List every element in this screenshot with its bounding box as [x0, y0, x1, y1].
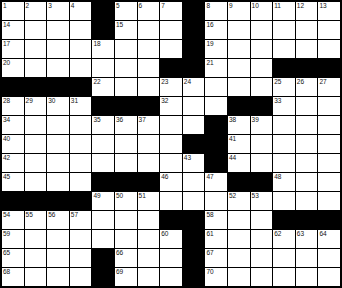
white-cell[interactable] [183, 116, 205, 134]
clue-number: 45 [3, 173, 10, 180]
white-cell[interactable]: 31 [70, 97, 92, 115]
white-cell[interactable] [92, 154, 114, 172]
clue-number: 51 [139, 192, 146, 199]
black-cell [205, 154, 227, 172]
white-cell[interactable]: 61 [205, 230, 227, 248]
white-cell[interactable]: 4 [70, 2, 92, 20]
white-cell[interactable] [296, 97, 318, 115]
white-cell[interactable] [228, 78, 250, 96]
black-cell [2, 78, 24, 96]
black-cell [228, 173, 250, 191]
clue-number: 52 [229, 192, 236, 199]
white-cell[interactable] [160, 116, 182, 134]
white-cell[interactable]: 68 [2, 268, 24, 286]
white-cell[interactable] [47, 230, 69, 248]
black-cell [92, 21, 114, 39]
white-cell[interactable] [228, 268, 250, 286]
white-cell[interactable] [115, 154, 137, 172]
black-cell [160, 211, 182, 229]
white-cell[interactable] [318, 173, 340, 191]
clue-number: 37 [139, 116, 146, 123]
white-cell[interactable] [70, 268, 92, 286]
black-cell [296, 59, 318, 77]
black-cell [183, 249, 205, 267]
white-cell[interactable]: 33 [273, 97, 295, 115]
clue-number: 20 [3, 59, 10, 66]
clue-number: 24 [184, 78, 191, 85]
white-cell[interactable] [25, 40, 47, 58]
clue-number: 50 [116, 192, 123, 199]
white-cell[interactable]: 1 [2, 2, 24, 20]
clue-number: 40 [3, 135, 10, 142]
black-cell [205, 135, 227, 153]
white-cell[interactable] [318, 192, 340, 210]
white-cell[interactable] [296, 21, 318, 39]
clue-number: 70 [206, 268, 213, 275]
white-cell[interactable] [251, 135, 273, 153]
white-cell[interactable]: 64 [318, 230, 340, 248]
black-cell [273, 211, 295, 229]
white-cell[interactable] [183, 97, 205, 115]
clue-number: 21 [206, 59, 213, 66]
clue-number: 63 [297, 230, 304, 237]
clue-number: 67 [206, 249, 213, 256]
white-cell[interactable] [70, 154, 92, 172]
white-cell[interactable] [70, 230, 92, 248]
black-cell [115, 173, 137, 191]
white-cell[interactable] [138, 40, 160, 58]
black-cell [183, 21, 205, 39]
white-cell[interactable]: 2 [25, 2, 47, 20]
white-cell[interactable] [273, 192, 295, 210]
white-cell[interactable]: 67 [205, 249, 227, 267]
white-cell[interactable] [318, 135, 340, 153]
black-cell [205, 116, 227, 134]
black-cell [251, 97, 273, 115]
clue-number: 58 [206, 211, 213, 218]
white-cell[interactable] [273, 268, 295, 286]
white-cell[interactable]: 46 [160, 173, 182, 191]
white-cell[interactable]: 22 [92, 78, 114, 96]
clue-number: 33 [274, 97, 281, 104]
clue-number: 32 [161, 97, 168, 104]
white-cell[interactable]: 41 [228, 135, 250, 153]
clue-number: 65 [3, 249, 10, 256]
white-cell[interactable] [251, 154, 273, 172]
white-cell[interactable]: 57 [70, 211, 92, 229]
white-cell[interactable] [160, 192, 182, 210]
clue-number: 49 [93, 192, 100, 199]
white-cell[interactable]: 37 [138, 116, 160, 134]
white-cell[interactable] [183, 192, 205, 210]
white-cell[interactable] [70, 135, 92, 153]
white-cell[interactable]: 26 [296, 78, 318, 96]
clue-number: 25 [274, 78, 281, 85]
black-cell [2, 192, 24, 210]
white-cell[interactable] [251, 249, 273, 267]
black-cell [251, 173, 273, 191]
white-cell[interactable] [228, 230, 250, 248]
black-cell [183, 40, 205, 58]
white-cell[interactable] [318, 249, 340, 267]
white-cell[interactable]: 69 [115, 268, 137, 286]
white-cell[interactable] [70, 173, 92, 191]
black-cell [92, 97, 114, 115]
white-cell[interactable]: 27 [318, 78, 340, 96]
white-cell[interactable]: 29 [25, 97, 47, 115]
white-cell[interactable] [296, 192, 318, 210]
white-cell[interactable]: 28 [2, 97, 24, 115]
white-cell[interactable] [273, 40, 295, 58]
white-cell[interactable]: 66 [115, 249, 137, 267]
black-cell [318, 59, 340, 77]
white-cell[interactable]: 49 [92, 192, 114, 210]
white-cell[interactable] [160, 40, 182, 58]
white-cell[interactable]: 39 [251, 116, 273, 134]
white-cell[interactable] [160, 268, 182, 286]
white-cell[interactable] [228, 59, 250, 77]
white-cell[interactable]: 54 [2, 211, 24, 229]
white-cell[interactable] [318, 116, 340, 134]
white-cell[interactable]: 17 [2, 40, 24, 58]
black-cell [47, 78, 69, 96]
white-cell[interactable] [138, 211, 160, 229]
clue-number: 60 [161, 230, 168, 237]
clue-number: 38 [229, 116, 236, 123]
white-cell[interactable] [296, 135, 318, 153]
black-cell [115, 97, 137, 115]
white-cell[interactable] [138, 154, 160, 172]
clue-number: 26 [297, 78, 304, 85]
white-cell[interactable] [251, 21, 273, 39]
crossword-grid: 1234567891011121314151617181920212223242… [0, 0, 342, 288]
white-cell[interactable] [70, 116, 92, 134]
white-cell[interactable] [70, 249, 92, 267]
white-cell[interactable] [25, 230, 47, 248]
black-cell [25, 78, 47, 96]
clue-number: 5 [116, 2, 120, 9]
white-cell[interactable] [47, 173, 69, 191]
white-cell[interactable]: 40 [2, 135, 24, 153]
white-cell[interactable]: 50 [115, 192, 137, 210]
white-cell[interactable] [273, 249, 295, 267]
white-cell[interactable] [47, 154, 69, 172]
white-cell[interactable] [251, 59, 273, 77]
clue-number: 48 [274, 173, 281, 180]
clue-number: 64 [319, 230, 326, 237]
black-cell [228, 97, 250, 115]
white-cell[interactable] [47, 21, 69, 39]
white-cell[interactable] [92, 135, 114, 153]
white-cell[interactable]: 51 [138, 192, 160, 210]
white-cell[interactable] [47, 249, 69, 267]
white-cell[interactable]: 30 [47, 97, 69, 115]
white-cell[interactable]: 42 [2, 154, 24, 172]
white-cell[interactable] [296, 154, 318, 172]
clue-number: 61 [206, 230, 213, 237]
white-cell[interactable] [138, 59, 160, 77]
white-cell[interactable] [273, 116, 295, 134]
white-cell[interactable]: 32 [160, 97, 182, 115]
clue-number: 59 [3, 230, 10, 237]
white-cell[interactable]: 44 [228, 154, 250, 172]
clue-number: 2 [26, 2, 30, 9]
clue-number: 19 [206, 40, 213, 47]
white-cell[interactable] [251, 230, 273, 248]
white-cell[interactable] [25, 116, 47, 134]
black-cell [296, 211, 318, 229]
clue-number: 53 [252, 192, 259, 199]
clue-number: 15 [116, 21, 123, 28]
white-cell[interactable] [205, 192, 227, 210]
white-cell[interactable]: 38 [228, 116, 250, 134]
white-cell[interactable] [296, 116, 318, 134]
black-cell [138, 97, 160, 115]
clue-number: 10 [252, 2, 259, 9]
black-cell [92, 173, 114, 191]
white-cell[interactable] [160, 154, 182, 172]
clue-number: 29 [26, 97, 33, 104]
white-cell[interactable] [47, 268, 69, 286]
white-cell[interactable]: 70 [205, 268, 227, 286]
clue-number: 44 [229, 154, 236, 161]
white-cell[interactable]: 6 [138, 2, 160, 20]
white-cell[interactable] [47, 135, 69, 153]
white-cell[interactable]: 19 [205, 40, 227, 58]
white-cell[interactable] [115, 211, 137, 229]
white-cell[interactable] [47, 116, 69, 134]
clue-number: 28 [3, 97, 10, 104]
white-cell[interactable] [138, 78, 160, 96]
white-cell[interactable] [115, 135, 137, 153]
white-cell[interactable] [205, 78, 227, 96]
white-cell[interactable] [318, 154, 340, 172]
white-cell[interactable] [47, 59, 69, 77]
black-cell [183, 211, 205, 229]
white-cell[interactable] [25, 249, 47, 267]
clue-number: 39 [252, 116, 259, 123]
white-cell[interactable] [25, 154, 47, 172]
white-cell[interactable]: 63 [296, 230, 318, 248]
white-cell[interactable] [273, 135, 295, 153]
clue-number: 22 [93, 78, 100, 85]
black-cell [70, 192, 92, 210]
white-cell[interactable]: 43 [183, 154, 205, 172]
white-cell[interactable]: 12 [296, 2, 318, 20]
white-cell[interactable] [228, 249, 250, 267]
white-cell[interactable] [138, 21, 160, 39]
white-cell[interactable] [70, 21, 92, 39]
white-cell[interactable] [25, 21, 47, 39]
white-cell[interactable]: 47 [205, 173, 227, 191]
clue-number: 34 [3, 116, 10, 123]
white-cell[interactable]: 14 [2, 21, 24, 39]
black-cell [47, 192, 69, 210]
black-cell [138, 173, 160, 191]
white-cell[interactable] [160, 135, 182, 153]
white-cell[interactable] [296, 249, 318, 267]
clue-number: 9 [229, 2, 233, 9]
white-cell[interactable] [115, 40, 137, 58]
white-cell[interactable]: 60 [160, 230, 182, 248]
black-cell [92, 249, 114, 267]
clue-number: 6 [139, 2, 143, 9]
black-cell [183, 268, 205, 286]
white-cell[interactable] [92, 230, 114, 248]
white-cell[interactable] [318, 268, 340, 286]
white-cell[interactable]: 11 [273, 2, 295, 20]
white-cell[interactable]: 9 [228, 2, 250, 20]
white-cell[interactable]: 8 [205, 2, 227, 20]
black-cell [183, 230, 205, 248]
clue-number: 31 [71, 97, 78, 104]
white-cell[interactable]: 34 [2, 116, 24, 134]
white-cell[interactable]: 23 [160, 78, 182, 96]
clue-number: 17 [3, 40, 10, 47]
black-cell [183, 59, 205, 77]
white-cell[interactable]: 35 [92, 116, 114, 134]
clue-number: 62 [274, 230, 281, 237]
white-cell[interactable]: 36 [115, 116, 137, 134]
clue-number: 12 [297, 2, 304, 9]
white-cell[interactable] [228, 211, 250, 229]
white-cell[interactable] [318, 21, 340, 39]
white-cell[interactable] [115, 230, 137, 248]
white-cell[interactable] [251, 268, 273, 286]
white-cell[interactable] [318, 97, 340, 115]
white-cell[interactable] [296, 173, 318, 191]
clue-number: 14 [3, 21, 10, 28]
black-cell [318, 211, 340, 229]
black-cell [183, 2, 205, 20]
white-cell[interactable] [25, 173, 47, 191]
white-cell[interactable]: 62 [273, 230, 295, 248]
black-cell [160, 59, 182, 77]
clue-number: 35 [93, 116, 100, 123]
clue-number: 23 [161, 78, 168, 85]
black-cell [70, 78, 92, 96]
white-cell[interactable]: 20 [2, 59, 24, 77]
white-cell[interactable]: 25 [273, 78, 295, 96]
white-cell[interactable] [251, 40, 273, 58]
white-cell[interactable] [228, 40, 250, 58]
clue-number: 13 [319, 2, 326, 9]
white-cell[interactable]: 53 [251, 192, 273, 210]
clue-number: 1 [3, 2, 7, 9]
clue-number: 55 [26, 211, 33, 218]
clue-number: 36 [116, 116, 123, 123]
white-cell[interactable] [318, 40, 340, 58]
white-cell[interactable]: 3 [47, 2, 69, 20]
clue-number: 47 [206, 173, 213, 180]
white-cell[interactable] [138, 135, 160, 153]
white-cell[interactable] [160, 21, 182, 39]
white-cell[interactable] [138, 230, 160, 248]
white-cell[interactable]: 52 [228, 192, 250, 210]
white-cell[interactable]: 59 [2, 230, 24, 248]
white-cell[interactable] [251, 78, 273, 96]
clue-number: 27 [319, 78, 326, 85]
white-cell[interactable] [92, 211, 114, 229]
white-cell[interactable] [70, 40, 92, 58]
white-cell[interactable] [25, 135, 47, 153]
clue-number: 7 [161, 2, 165, 9]
white-cell[interactable] [25, 268, 47, 286]
white-cell[interactable] [138, 249, 160, 267]
white-cell[interactable]: 7 [160, 2, 182, 20]
clue-number: 46 [161, 173, 168, 180]
clue-number: 30 [48, 97, 55, 104]
white-cell[interactable] [47, 40, 69, 58]
white-cell[interactable] [92, 59, 114, 77]
white-cell[interactable] [296, 268, 318, 286]
white-cell[interactable] [115, 78, 137, 96]
white-cell[interactable]: 10 [251, 2, 273, 20]
black-cell [92, 268, 114, 286]
white-cell[interactable] [251, 211, 273, 229]
white-cell[interactable]: 45 [2, 173, 24, 191]
clue-number: 42 [3, 154, 10, 161]
clue-number: 18 [93, 40, 100, 47]
clue-number: 57 [71, 211, 78, 218]
white-cell[interactable]: 15 [115, 21, 137, 39]
clue-number: 11 [274, 2, 281, 9]
clue-number: 56 [48, 211, 55, 218]
white-cell[interactable] [70, 59, 92, 77]
white-cell[interactable]: 21 [205, 59, 227, 77]
black-cell [273, 59, 295, 77]
white-cell[interactable]: 13 [318, 2, 340, 20]
white-cell[interactable] [273, 154, 295, 172]
white-cell[interactable]: 5 [115, 2, 137, 20]
white-cell[interactable]: 18 [92, 40, 114, 58]
black-cell [183, 135, 205, 153]
white-cell[interactable]: 56 [47, 211, 69, 229]
black-cell [92, 2, 114, 20]
white-cell[interactable]: 58 [205, 211, 227, 229]
white-cell[interactable]: 16 [205, 21, 227, 39]
white-cell[interactable] [273, 21, 295, 39]
white-cell[interactable] [160, 249, 182, 267]
white-cell[interactable]: 55 [25, 211, 47, 229]
white-cell[interactable] [228, 21, 250, 39]
white-cell[interactable] [183, 173, 205, 191]
white-cell[interactable] [296, 40, 318, 58]
clue-number: 16 [206, 21, 213, 28]
clue-number: 4 [71, 2, 75, 9]
white-cell[interactable]: 48 [273, 173, 295, 191]
clue-number: 69 [116, 268, 123, 275]
white-cell[interactable] [115, 59, 137, 77]
clue-number: 8 [206, 2, 210, 9]
clue-number: 66 [116, 249, 123, 256]
white-cell[interactable]: 24 [183, 78, 205, 96]
clue-number: 3 [48, 2, 52, 9]
white-cell[interactable] [205, 97, 227, 115]
white-cell[interactable] [25, 59, 47, 77]
clue-number: 41 [229, 135, 236, 142]
clue-number: 54 [3, 211, 10, 218]
white-cell[interactable] [138, 268, 160, 286]
white-cell[interactable]: 65 [2, 249, 24, 267]
black-cell [25, 192, 47, 210]
clue-number: 43 [184, 154, 191, 161]
clue-number: 68 [3, 268, 10, 275]
